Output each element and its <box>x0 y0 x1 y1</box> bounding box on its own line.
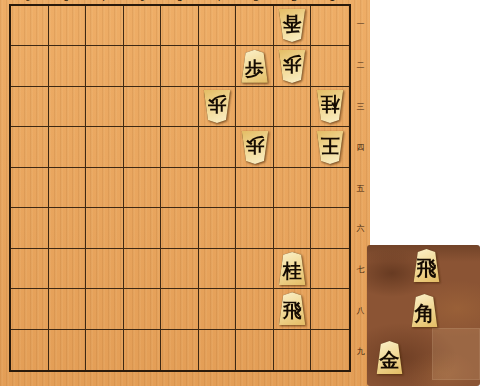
piece-kanji: 歩 <box>277 55 307 78</box>
board-cell[interactable] <box>274 87 312 127</box>
board-cell[interactable] <box>124 168 162 208</box>
piece-shape: 桂 <box>277 252 307 285</box>
shogi-piece-gote[interactable]: 歩 <box>202 90 232 123</box>
board-cell[interactable] <box>199 127 237 167</box>
board-cell[interactable] <box>311 330 349 370</box>
board-cell[interactable]: 歩 <box>236 46 274 86</box>
board-cell[interactable] <box>161 6 199 46</box>
board-cell[interactable] <box>236 249 274 289</box>
piece-kanji: 歩 <box>240 55 270 78</box>
board-cell[interactable] <box>274 208 312 248</box>
board-cell[interactable] <box>11 208 49 248</box>
rank-label: 六 <box>353 208 368 249</box>
board-cell[interactable] <box>199 46 237 86</box>
board-cell[interactable] <box>236 289 274 329</box>
piece-shape: 金 <box>375 341 404 374</box>
board-cell[interactable] <box>86 87 124 127</box>
board-cell[interactable] <box>86 249 124 289</box>
piece-shape: 香 <box>277 9 307 42</box>
file-label: 3 <box>237 0 275 3</box>
board-cell[interactable] <box>236 168 274 208</box>
board-cell[interactable] <box>124 330 162 370</box>
board-cell[interactable] <box>161 127 199 167</box>
board-cell[interactable] <box>11 249 49 289</box>
board-cell[interactable]: 王 <box>311 127 349 167</box>
board-grid: 香歩歩歩桂歩王桂飛 <box>9 4 351 372</box>
rank-label: 四 <box>353 127 368 168</box>
board-cell[interactable] <box>199 6 237 46</box>
piece-kanji: 飛 <box>412 254 441 278</box>
board-cell[interactable] <box>11 87 49 127</box>
file-label: 9 <box>9 0 47 3</box>
piece-kanji: 角 <box>410 299 439 323</box>
piece-kanji: 香 <box>277 14 307 37</box>
piece-shape: 歩 <box>202 90 232 123</box>
piece-kanji: 王 <box>315 136 345 159</box>
rank-label: 五 <box>353 168 368 209</box>
board-cell[interactable] <box>161 168 199 208</box>
board-cell[interactable] <box>199 330 237 370</box>
board-cell[interactable] <box>274 168 312 208</box>
board-cell[interactable] <box>49 168 87 208</box>
board-cell[interactable] <box>49 87 87 127</box>
board-cell[interactable] <box>11 127 49 167</box>
komadai-piece-stand: 飛角金 <box>367 245 480 386</box>
board-cell[interactable]: 香 <box>274 6 312 46</box>
shogi-piece-gote[interactable]: 王 <box>315 131 345 164</box>
board-cell[interactable] <box>124 87 162 127</box>
board-cell[interactable] <box>236 6 274 46</box>
piece-shape: 飛 <box>277 292 307 325</box>
piece-shape: 王 <box>315 131 345 164</box>
board-cell[interactable] <box>274 330 312 370</box>
board-cell[interactable] <box>124 208 162 248</box>
rank-label: 三 <box>353 86 368 127</box>
board-cell[interactable] <box>124 127 162 167</box>
piece-kanji: 歩 <box>240 136 270 159</box>
piece-shape: 歩 <box>240 131 270 164</box>
file-label: 1 <box>313 0 351 3</box>
shogi-app-screen: 987654321 香歩歩歩桂歩王桂飛 一二三四五六七八九 飛角金 <box>0 0 480 386</box>
board-cell[interactable] <box>161 289 199 329</box>
board-cell[interactable]: 歩 <box>236 127 274 167</box>
board-cell[interactable] <box>199 249 237 289</box>
board-cell[interactable] <box>124 249 162 289</box>
rank-labels: 一二三四五六七八九 <box>353 4 368 372</box>
piece-shape: 歩 <box>240 50 270 83</box>
board-cell[interactable] <box>86 330 124 370</box>
board-cell[interactable] <box>274 127 312 167</box>
board-cell[interactable]: 歩 <box>274 46 312 86</box>
board-cell[interactable] <box>236 330 274 370</box>
board-cell[interactable] <box>86 168 124 208</box>
board-cell[interactable] <box>11 168 49 208</box>
board-cell[interactable] <box>311 249 349 289</box>
piece-shape: 桂 <box>315 90 345 123</box>
board-cell[interactable]: 桂 <box>311 87 349 127</box>
shogi-piece-sente[interactable]: 飛 <box>277 292 307 325</box>
board-cell[interactable] <box>161 46 199 86</box>
board-cell[interactable] <box>311 208 349 248</box>
hand-piece-2[interactable]: 角 <box>410 294 439 327</box>
board-cell[interactable] <box>199 289 237 329</box>
board-cell[interactable] <box>311 6 349 46</box>
board-cell[interactable] <box>86 46 124 86</box>
board-cell[interactable] <box>161 87 199 127</box>
shogi-piece-gote[interactable]: 歩 <box>277 50 307 83</box>
piece-kanji: 歩 <box>202 95 232 118</box>
board-cell[interactable] <box>11 6 49 46</box>
piece-kanji: 桂 <box>315 95 345 118</box>
hand-piece-1[interactable]: 飛 <box>412 249 441 282</box>
board-cell[interactable] <box>161 249 199 289</box>
file-label: 4 <box>199 0 237 3</box>
hand-piece-3[interactable]: 金 <box>375 341 404 374</box>
board-cell[interactable]: 飛 <box>274 289 312 329</box>
rank-label: 八 <box>353 290 368 331</box>
rank-label: 一 <box>353 4 368 45</box>
board-cell[interactable] <box>86 208 124 248</box>
board-cell[interactable] <box>49 46 87 86</box>
piece-kanji: 桂 <box>277 257 307 280</box>
file-label: 7 <box>85 0 123 3</box>
board-cell[interactable] <box>49 289 87 329</box>
piece-kanji: 飛 <box>277 297 307 320</box>
piece-shape: 角 <box>410 294 439 327</box>
board-cell[interactable] <box>11 330 49 370</box>
board-cell[interactable] <box>311 46 349 86</box>
board-cell[interactable] <box>124 6 162 46</box>
board-cell[interactable] <box>199 168 237 208</box>
rank-label: 二 <box>353 45 368 86</box>
board-cell[interactable] <box>161 208 199 248</box>
board-cell[interactable] <box>49 127 87 167</box>
shogi-piece-gote[interactable]: 桂 <box>315 90 345 123</box>
shogi-piece-gote[interactable]: 歩 <box>240 131 270 164</box>
board-cell[interactable] <box>49 249 87 289</box>
board-cell[interactable] <box>124 46 162 86</box>
board-cell[interactable] <box>236 208 274 248</box>
board-cell[interactable] <box>236 87 274 127</box>
file-label: 6 <box>123 0 161 3</box>
board-cell[interactable]: 歩 <box>199 87 237 127</box>
board-cell[interactable]: 桂 <box>274 249 312 289</box>
komadai-wood-patch <box>432 328 480 380</box>
board-cell[interactable] <box>311 289 349 329</box>
file-labels: 987654321 <box>9 0 351 3</box>
board-cell[interactable] <box>311 168 349 208</box>
shogi-board: 987654321 香歩歩歩桂歩王桂飛 一二三四五六七八九 <box>0 0 370 386</box>
piece-shape: 飛 <box>412 249 441 282</box>
shogi-piece-gote[interactable]: 香 <box>277 9 307 42</box>
board-cell[interactable] <box>124 289 162 329</box>
board-cell[interactable] <box>49 208 87 248</box>
file-label: 8 <box>47 0 85 3</box>
board-cell[interactable] <box>86 127 124 167</box>
shogi-piece-sente[interactable]: 桂 <box>277 252 307 285</box>
board-cell[interactable] <box>86 6 124 46</box>
board-cell[interactable] <box>161 330 199 370</box>
piece-shape: 歩 <box>277 50 307 83</box>
board-cell[interactable] <box>199 208 237 248</box>
shogi-piece-sente[interactable]: 歩 <box>240 50 270 83</box>
board-cell[interactable] <box>11 46 49 86</box>
board-cell[interactable] <box>49 6 87 46</box>
board-cell[interactable] <box>49 330 87 370</box>
piece-kanji: 金 <box>375 346 404 370</box>
rank-label: 九 <box>353 331 368 372</box>
rank-label: 七 <box>353 249 368 290</box>
board-cell[interactable] <box>11 289 49 329</box>
board-cell[interactable] <box>86 289 124 329</box>
file-label: 5 <box>161 0 199 3</box>
file-label: 2 <box>275 0 313 3</box>
